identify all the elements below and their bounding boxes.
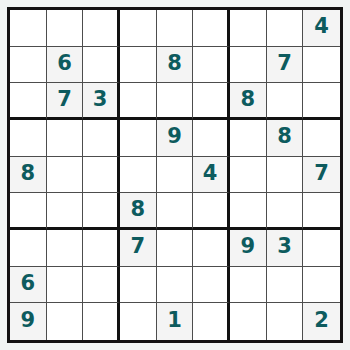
- cell-r1c7[interactable]: [230, 10, 267, 47]
- given-digit: 7: [277, 53, 292, 74]
- cell-r3c3[interactable]: 3: [83, 83, 120, 120]
- cell-r2c1[interactable]: [10, 47, 47, 84]
- cell-r8c9[interactable]: [303, 267, 340, 304]
- cell-r5c3[interactable]: [83, 157, 120, 194]
- cell-r4c2[interactable]: [47, 120, 84, 157]
- given-digit: 2: [314, 310, 329, 331]
- cell-r6c7[interactable]: [230, 193, 267, 230]
- cell-r6c6[interactable]: [193, 193, 230, 230]
- cell-r4c4[interactable]: [120, 120, 157, 157]
- cell-r7c9[interactable]: [303, 230, 340, 267]
- given-digit: 3: [93, 89, 108, 110]
- given-digit: 8: [21, 163, 36, 184]
- cell-r7c4[interactable]: 7: [120, 230, 157, 267]
- cell-r5c9[interactable]: 7: [303, 157, 340, 194]
- cell-r9c8[interactable]: [267, 303, 304, 340]
- cell-r1c1[interactable]: [10, 10, 47, 47]
- given-digit: 3: [277, 236, 292, 257]
- cell-r9c5[interactable]: 1: [157, 303, 194, 340]
- cell-r1c6[interactable]: [193, 10, 230, 47]
- cell-r9c9[interactable]: 2: [303, 303, 340, 340]
- cell-r3c5[interactable]: [157, 83, 194, 120]
- cell-r6c2[interactable]: [47, 193, 84, 230]
- given-digit: 1: [167, 310, 182, 331]
- cell-r1c2[interactable]: [47, 10, 84, 47]
- cell-r7c6[interactable]: [193, 230, 230, 267]
- cell-r2c5[interactable]: 8: [157, 47, 194, 84]
- given-digit: 4: [314, 16, 329, 37]
- cell-r8c7[interactable]: [230, 267, 267, 304]
- given-digit: 8: [131, 199, 146, 220]
- cell-r5c7[interactable]: [230, 157, 267, 194]
- cell-r9c3[interactable]: [83, 303, 120, 340]
- cell-r9c7[interactable]: [230, 303, 267, 340]
- cell-r6c9[interactable]: [303, 193, 340, 230]
- cell-r6c8[interactable]: [267, 193, 304, 230]
- cell-r4c1[interactable]: [10, 120, 47, 157]
- cell-r5c8[interactable]: [267, 157, 304, 194]
- cell-r3c9[interactable]: [303, 83, 340, 120]
- cell-r7c8[interactable]: 3: [267, 230, 304, 267]
- cell-r6c4[interactable]: 8: [120, 193, 157, 230]
- cell-r3c2[interactable]: 7: [47, 83, 84, 120]
- cell-r9c2[interactable]: [47, 303, 84, 340]
- cell-r2c8[interactable]: 7: [267, 47, 304, 84]
- given-digit: 7: [131, 236, 146, 257]
- cell-r9c1[interactable]: 9: [10, 303, 47, 340]
- cell-r5c6[interactable]: 4: [193, 157, 230, 194]
- cell-r4c6[interactable]: [193, 120, 230, 157]
- cell-r1c8[interactable]: [267, 10, 304, 47]
- cell-r3c7[interactable]: 8: [230, 83, 267, 120]
- cell-r4c8[interactable]: 8: [267, 120, 304, 157]
- cell-r5c5[interactable]: [157, 157, 194, 194]
- given-digit: 6: [21, 273, 36, 294]
- given-digit: 9: [167, 126, 182, 147]
- cell-r1c9[interactable]: 4: [303, 10, 340, 47]
- cell-r5c2[interactable]: [47, 157, 84, 194]
- cell-r6c3[interactable]: [83, 193, 120, 230]
- cell-r1c3[interactable]: [83, 10, 120, 47]
- cell-r4c9[interactable]: [303, 120, 340, 157]
- given-digit: 9: [21, 310, 36, 331]
- cell-r6c1[interactable]: [10, 193, 47, 230]
- given-digit: 8: [241, 89, 256, 110]
- cell-r7c5[interactable]: [157, 230, 194, 267]
- given-digit: 8: [277, 126, 292, 147]
- cell-r8c2[interactable]: [47, 267, 84, 304]
- cell-r3c8[interactable]: [267, 83, 304, 120]
- cell-r6c5[interactable]: [157, 193, 194, 230]
- sudoku-board: 46877389884787936912: [7, 7, 343, 343]
- cell-r2c4[interactable]: [120, 47, 157, 84]
- cell-r4c7[interactable]: [230, 120, 267, 157]
- cell-r8c1[interactable]: 6: [10, 267, 47, 304]
- cell-r8c8[interactable]: [267, 267, 304, 304]
- cell-r5c4[interactable]: [120, 157, 157, 194]
- cell-r7c3[interactable]: [83, 230, 120, 267]
- cell-r9c6[interactable]: [193, 303, 230, 340]
- cell-r2c7[interactable]: [230, 47, 267, 84]
- given-digit: 7: [57, 89, 72, 110]
- cell-r8c6[interactable]: [193, 267, 230, 304]
- cell-r9c4[interactable]: [120, 303, 157, 340]
- cell-r7c2[interactable]: [47, 230, 84, 267]
- cell-r3c1[interactable]: [10, 83, 47, 120]
- given-digit: 8: [167, 53, 182, 74]
- cell-r3c6[interactable]: [193, 83, 230, 120]
- cell-r3c4[interactable]: [120, 83, 157, 120]
- cell-r1c5[interactable]: [157, 10, 194, 47]
- cell-r7c1[interactable]: [10, 230, 47, 267]
- cell-r1c4[interactable]: [120, 10, 157, 47]
- given-digit: 4: [203, 163, 218, 184]
- given-digit: 9: [241, 236, 256, 257]
- given-digit: 6: [57, 53, 72, 74]
- cell-r4c3[interactable]: [83, 120, 120, 157]
- given-digit: 7: [314, 163, 329, 184]
- cell-r2c2[interactable]: 6: [47, 47, 84, 84]
- cell-r8c5[interactable]: [157, 267, 194, 304]
- cell-r2c6[interactable]: [193, 47, 230, 84]
- cell-r5c1[interactable]: 8: [10, 157, 47, 194]
- cell-r8c3[interactable]: [83, 267, 120, 304]
- cell-r7c7[interactable]: 9: [230, 230, 267, 267]
- cell-r8c4[interactable]: [120, 267, 157, 304]
- cell-r4c5[interactable]: 9: [157, 120, 194, 157]
- cell-r2c3[interactable]: [83, 47, 120, 84]
- cell-r2c9[interactable]: [303, 47, 340, 84]
